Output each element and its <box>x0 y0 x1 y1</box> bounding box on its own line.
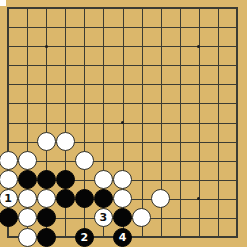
stone-black <box>18 170 37 189</box>
stone-white <box>18 151 37 170</box>
star-point <box>45 45 48 48</box>
stone-white <box>18 208 37 227</box>
stone-white <box>56 132 75 151</box>
stone-black <box>56 170 75 189</box>
stone-white <box>75 151 94 170</box>
corner-artifact <box>0 0 6 6</box>
stone-white <box>18 189 37 208</box>
grid-line-vertical <box>199 8 200 237</box>
grid-line-vertical <box>142 8 143 237</box>
go-diagram: 1324 <box>0 0 247 247</box>
stone-white-move-1: 1 <box>0 189 18 208</box>
grid-line-vertical <box>218 8 219 237</box>
stone-label: 3 <box>100 212 108 223</box>
stone-black <box>37 208 56 227</box>
stone-black <box>37 228 56 247</box>
stone-label: 2 <box>81 231 89 242</box>
stone-label: 4 <box>119 231 127 242</box>
stone-white <box>37 189 56 208</box>
star-point <box>121 121 124 124</box>
stone-label: 1 <box>4 193 12 204</box>
grid-line-vertical <box>180 8 181 237</box>
stone-white <box>37 132 56 151</box>
stone-black-move-4: 4 <box>113 228 132 247</box>
stone-black <box>56 189 75 208</box>
stone-white <box>0 151 18 170</box>
stone-white <box>0 170 18 189</box>
go-board[interactable]: 1324 <box>0 0 247 247</box>
stone-black <box>37 170 56 189</box>
stone-white <box>18 228 37 247</box>
grid-line-horizontal <box>8 161 237 162</box>
stone-black-move-2: 2 <box>75 228 94 247</box>
